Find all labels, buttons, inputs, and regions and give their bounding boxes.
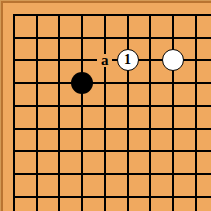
grid-line-horizontal <box>13 14 211 16</box>
grid-line-horizontal <box>13 105 211 107</box>
grid-line-vertical <box>104 14 106 211</box>
grid-line-vertical <box>13 14 15 211</box>
grid-line-horizontal <box>13 173 211 175</box>
grid-line-vertical <box>58 14 60 211</box>
point-label-a: a <box>97 54 112 67</box>
board-frame-dark-left <box>1 1 3 211</box>
grid-line-vertical <box>149 14 151 211</box>
grid-line-vertical <box>127 14 129 211</box>
grid-line-horizontal <box>13 196 211 198</box>
grid-line-vertical <box>172 14 174 211</box>
grid-line-vertical <box>81 14 83 211</box>
grid-line-vertical <box>195 14 197 211</box>
white-stone <box>162 49 184 71</box>
black-stone <box>71 72 93 94</box>
grid-line-horizontal <box>13 82 211 84</box>
board-frame-dark-top <box>1 1 211 3</box>
grid-line-horizontal <box>13 150 211 152</box>
grid-line-horizontal <box>13 128 211 130</box>
white-stone-1: 1 <box>117 49 139 71</box>
grid-line-vertical <box>36 14 38 211</box>
go-board: a1 <box>0 0 211 211</box>
grid-line-horizontal <box>13 37 211 39</box>
